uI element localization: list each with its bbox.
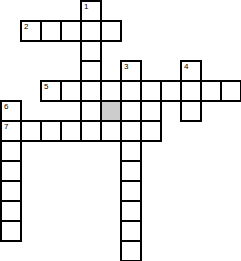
- crossword-cell[interactable]: [120, 80, 142, 102]
- crossword-cell[interactable]: [100, 20, 122, 42]
- crossword-cell-shaded: [100, 100, 122, 122]
- crossword-cell[interactable]: 4: [180, 60, 202, 82]
- crossword-cell[interactable]: [120, 220, 142, 242]
- crossword-cell[interactable]: [140, 120, 162, 142]
- clue-number: 4: [184, 62, 188, 71]
- crossword-cell[interactable]: [80, 20, 102, 42]
- crossword-cell[interactable]: [0, 160, 22, 182]
- clue-number: 1: [84, 2, 88, 11]
- clue-number: 2: [24, 22, 28, 31]
- crossword-cell[interactable]: [120, 160, 142, 182]
- crossword-cell[interactable]: 5: [40, 80, 62, 102]
- crossword-cell[interactable]: [100, 120, 122, 142]
- crossword-cell[interactable]: [140, 80, 162, 102]
- crossword-cell[interactable]: [220, 80, 241, 102]
- crossword-cell[interactable]: [120, 140, 142, 162]
- crossword-cell[interactable]: [120, 120, 142, 142]
- crossword-cell[interactable]: 6: [0, 100, 22, 122]
- crossword-cell[interactable]: [40, 120, 62, 142]
- crossword-cell[interactable]: [60, 80, 82, 102]
- crossword-cell[interactable]: [60, 20, 82, 42]
- crossword-cell[interactable]: 7: [0, 120, 22, 142]
- crossword-cell[interactable]: [0, 180, 22, 202]
- crossword-cell[interactable]: [80, 80, 102, 102]
- crossword-cell[interactable]: [40, 20, 62, 42]
- crossword-cell[interactable]: [140, 100, 162, 122]
- crossword-cell[interactable]: 1: [80, 0, 102, 22]
- crossword-cell[interactable]: [20, 120, 42, 142]
- crossword-cell[interactable]: [160, 80, 182, 102]
- crossword-cell[interactable]: [120, 100, 142, 122]
- crossword-cell[interactable]: [100, 80, 122, 102]
- crossword-cell[interactable]: 2: [20, 20, 42, 42]
- crossword-cell[interactable]: [0, 140, 22, 162]
- crossword-cell[interactable]: [0, 200, 22, 222]
- clue-number: 6: [4, 102, 8, 111]
- crossword-cell[interactable]: [80, 100, 102, 122]
- crossword-cell[interactable]: [80, 60, 102, 82]
- crossword-cell[interactable]: [120, 180, 142, 202]
- crossword-cell[interactable]: [200, 80, 222, 102]
- crossword-cell[interactable]: 3: [120, 60, 142, 82]
- clue-number: 3: [124, 62, 128, 71]
- crossword-cell[interactable]: [60, 120, 82, 142]
- crossword-cell[interactable]: [80, 40, 102, 62]
- crossword-cell[interactable]: [120, 240, 142, 261]
- clue-number: 5: [44, 82, 48, 91]
- crossword-cell[interactable]: [80, 120, 102, 142]
- crossword-cell[interactable]: [0, 220, 22, 242]
- crossword-cell[interactable]: [180, 80, 202, 102]
- crossword-cell[interactable]: [120, 200, 142, 222]
- crossword-board: 1234567: [0, 0, 241, 261]
- clue-number: 7: [4, 122, 8, 131]
- crossword-cell[interactable]: [180, 100, 202, 122]
